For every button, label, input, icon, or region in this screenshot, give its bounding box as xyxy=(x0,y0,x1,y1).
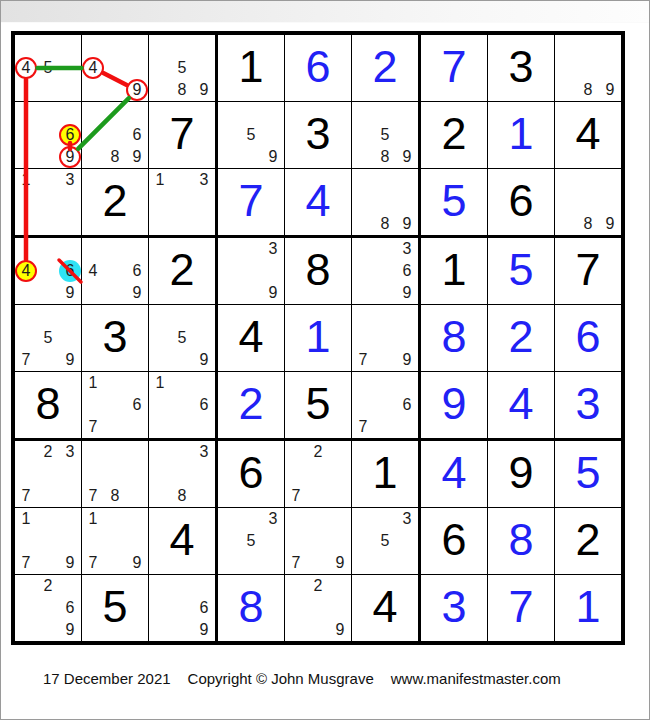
footer-website[interactable]: www.manifestmaster.com xyxy=(391,670,561,687)
cell-r8c9[interactable]: 2 xyxy=(555,508,621,575)
candidate-empty xyxy=(396,191,418,213)
candidate-grid: 35 xyxy=(218,508,284,574)
cell-r9c4[interactable]: 8 xyxy=(218,575,285,641)
candidate-empty xyxy=(396,102,418,124)
candidate-empty xyxy=(171,416,193,438)
cell-r1c3[interactable]: 589 xyxy=(149,35,218,102)
candidate-empty xyxy=(193,372,215,394)
cell-r6c2[interactable]: 167 xyxy=(82,372,149,441)
cell-r3c9[interactable]: 89 xyxy=(555,169,621,238)
cell-r1c6[interactable]: 2 xyxy=(352,35,421,102)
cell-r6c6[interactable]: 67 xyxy=(352,372,421,441)
candidate-empty xyxy=(374,260,396,282)
candidate-empty xyxy=(285,575,307,597)
cell-r1c2[interactable]: 49 xyxy=(82,35,149,102)
candidate-empty xyxy=(396,169,418,191)
candidate-grid: 269 xyxy=(15,575,81,641)
candidate-empty xyxy=(352,146,374,168)
digit-given: 5 xyxy=(285,372,351,438)
candidate-empty xyxy=(193,305,215,327)
candidate-4-ring: 4 xyxy=(15,57,37,79)
cell-r9c6[interactable]: 4 xyxy=(352,575,421,641)
digit-given: 8 xyxy=(15,372,81,438)
candidate-grid: 369 xyxy=(352,238,418,304)
cell-r5c3[interactable]: 59 xyxy=(149,305,218,372)
footer-date: 17 December 2021 xyxy=(43,670,171,687)
candidate-empty xyxy=(126,485,148,507)
candidate-8: 8 xyxy=(171,485,193,507)
candidate-empty xyxy=(104,372,126,394)
candidate-empty xyxy=(15,79,37,101)
candidate-9: 9 xyxy=(396,146,418,168)
candidate-7: 7 xyxy=(15,485,37,507)
cell-r2c6[interactable]: 589 xyxy=(352,102,421,169)
candidate-empty xyxy=(104,79,126,101)
cell-r7c2[interactable]: 78 xyxy=(82,441,149,508)
cell-r4c5[interactable]: 8 xyxy=(285,238,352,305)
candidate-empty xyxy=(577,169,599,191)
cell-r5c5[interactable]: 1 xyxy=(285,305,352,372)
cell-r5c7[interactable]: 8 xyxy=(421,305,488,372)
candidate-grid: 89 xyxy=(555,35,621,101)
cell-r6c7[interactable]: 9 xyxy=(421,372,488,441)
cell-r2c8[interactable]: 1 xyxy=(488,102,555,169)
digit-solved: 2 xyxy=(488,305,554,371)
cell-r2c4[interactable]: 59 xyxy=(218,102,285,169)
candidate-empty xyxy=(37,530,59,552)
candidate-9: 9 xyxy=(126,552,148,574)
candidate-7: 7 xyxy=(15,552,37,574)
candidate-empty xyxy=(104,260,126,282)
cell-r7c6[interactable]: 1 xyxy=(352,441,421,508)
cell-r4c6[interactable]: 369 xyxy=(352,238,421,305)
candidate-empty xyxy=(15,463,37,485)
cell-r1c1[interactable]: 45 xyxy=(15,35,82,102)
cell-r4c9[interactable]: 7 xyxy=(555,238,621,305)
cell-r3c2[interactable]: 2 xyxy=(82,169,149,238)
candidate-empty xyxy=(352,238,374,260)
candidate-4: 4 xyxy=(82,260,104,282)
candidate-empty xyxy=(374,416,396,438)
candidate-empty xyxy=(37,260,59,282)
candidate-empty xyxy=(59,102,81,124)
candidate-empty xyxy=(262,260,284,282)
cell-r7c1[interactable]: 237 xyxy=(15,441,82,508)
candidate-empty xyxy=(37,238,59,260)
candidate-empty xyxy=(126,238,148,260)
cell-r3c3[interactable]: 13 xyxy=(149,169,218,238)
cell-r7c4[interactable]: 6 xyxy=(218,441,285,508)
cell-r5c8[interactable]: 2 xyxy=(488,305,555,372)
candidate-empty xyxy=(352,372,374,394)
candidate-empty xyxy=(218,124,240,146)
cell-r7c9[interactable]: 5 xyxy=(555,441,621,508)
candidate-5: 5 xyxy=(240,530,262,552)
candidate-grid: 67 xyxy=(352,372,418,438)
candidate-grid: 167 xyxy=(82,372,148,438)
candidate-6: 6 xyxy=(126,394,148,416)
candidate-1: 1 xyxy=(149,169,171,191)
candidate-empty xyxy=(59,213,81,235)
candidate-empty xyxy=(149,485,171,507)
cell-r1c9[interactable]: 89 xyxy=(555,35,621,102)
cell-r6c3[interactable]: 16 xyxy=(149,372,218,441)
candidate-6: 6 xyxy=(59,597,81,619)
cell-r8c3[interactable]: 4 xyxy=(149,508,218,575)
candidate-empty xyxy=(240,282,262,304)
candidate-empty xyxy=(374,327,396,349)
candidate-3: 3 xyxy=(396,508,418,530)
candidate-empty xyxy=(396,305,418,327)
cell-r4c8[interactable]: 5 xyxy=(488,238,555,305)
candidate-empty xyxy=(37,169,59,191)
candidate-empty xyxy=(171,305,193,327)
candidate-empty xyxy=(126,441,148,463)
digit-given: 3 xyxy=(82,305,148,371)
cell-r4c3[interactable]: 2 xyxy=(149,238,218,305)
candidate-empty xyxy=(218,102,240,124)
cell-r8c8[interactable]: 8 xyxy=(488,508,555,575)
candidate-empty xyxy=(193,485,215,507)
cell-r8c1[interactable]: 179 xyxy=(15,508,82,575)
candidate-7: 7 xyxy=(82,416,104,438)
cell-r3c4[interactable]: 7 xyxy=(218,169,285,238)
candidate-empty xyxy=(285,441,307,463)
cell-r1c4[interactable]: 1 xyxy=(218,35,285,102)
candidate-empty xyxy=(15,35,37,57)
cell-r2c2[interactable]: 689 xyxy=(82,102,149,169)
candidate-empty xyxy=(37,146,59,168)
cell-r6c5[interactable]: 5 xyxy=(285,372,352,441)
candidate-empty xyxy=(37,619,59,641)
candidate-empty xyxy=(307,508,329,530)
candidate-7: 7 xyxy=(352,349,374,371)
candidate-9-ring: 9 xyxy=(59,146,81,168)
cell-r9c7[interactable]: 3 xyxy=(421,575,488,641)
cell-r9c5[interactable]: 29 xyxy=(285,575,352,641)
digit-solved: 1 xyxy=(555,575,621,641)
cell-r2c5[interactable]: 3 xyxy=(285,102,352,169)
cell-r5c6[interactable]: 79 xyxy=(352,305,421,372)
candidate-empty xyxy=(193,463,215,485)
candidate-empty xyxy=(396,327,418,349)
candidate-empty xyxy=(555,169,577,191)
candidate-2: 2 xyxy=(307,441,329,463)
cell-r6c1[interactable]: 8 xyxy=(15,372,82,441)
candidate-empty xyxy=(555,57,577,79)
candidate-8: 8 xyxy=(577,79,599,101)
candidate-empty xyxy=(396,530,418,552)
candidate-empty xyxy=(149,597,171,619)
cell-r2c1[interactable]: 69 xyxy=(15,102,82,169)
digit-solved: 5 xyxy=(488,238,554,304)
digit-solved: 3 xyxy=(555,372,621,438)
candidate-grid: 27 xyxy=(285,441,351,507)
digit-solved: 8 xyxy=(421,305,487,371)
cell-r9c3[interactable]: 69 xyxy=(149,575,218,641)
cell-r8c6[interactable]: 35 xyxy=(352,508,421,575)
candidate-empty xyxy=(104,124,126,146)
cell-r2c3[interactable]: 7 xyxy=(149,102,218,169)
cell-r6c4[interactable]: 2 xyxy=(218,372,285,441)
candidate-1: 1 xyxy=(149,372,171,394)
cell-r2c7[interactable]: 2 xyxy=(421,102,488,169)
candidate-empty xyxy=(577,57,599,79)
cell-r3c7[interactable]: 5 xyxy=(421,169,488,238)
candidate-empty xyxy=(240,146,262,168)
candidate-empty xyxy=(329,597,351,619)
candidate-empty xyxy=(149,463,171,485)
candidate-empty xyxy=(352,508,374,530)
candidate-grid: 69 xyxy=(149,575,215,641)
digit-given: 5 xyxy=(82,575,148,641)
candidate-empty xyxy=(193,416,215,438)
sudoku-board[interactable]: 4549589162738969689759358921413213748956… xyxy=(11,31,625,645)
candidate-empty xyxy=(104,238,126,260)
candidate-empty xyxy=(307,530,329,552)
candidate-5: 5 xyxy=(240,124,262,146)
cell-r9c8[interactable]: 7 xyxy=(488,575,555,641)
cell-r9c1[interactable]: 269 xyxy=(15,575,82,641)
candidate-7: 7 xyxy=(285,552,307,574)
candidate-empty xyxy=(171,349,193,371)
cell-r5c4[interactable]: 4 xyxy=(218,305,285,372)
digit-solved: 7 xyxy=(488,575,554,641)
candidate-empty xyxy=(15,530,37,552)
candidate-empty xyxy=(15,619,37,641)
cell-r8c2[interactable]: 179 xyxy=(82,508,149,575)
candidate-empty xyxy=(59,508,81,530)
cell-r1c7[interactable]: 7 xyxy=(421,35,488,102)
cell-r6c8[interactable]: 4 xyxy=(488,372,555,441)
candidate-grid: 59 xyxy=(149,305,215,371)
cell-r4c2[interactable]: 469 xyxy=(82,238,149,305)
candidate-6: 6 xyxy=(193,597,215,619)
candidate-7: 7 xyxy=(352,416,374,438)
candidate-5: 5 xyxy=(171,57,193,79)
cell-r9c2[interactable]: 5 xyxy=(82,575,149,641)
digit-solved: 2 xyxy=(352,35,418,101)
candidate-empty xyxy=(171,441,193,463)
candidate-empty xyxy=(307,485,329,507)
candidate-9-ring: 9 xyxy=(126,79,148,101)
digit-solved: 5 xyxy=(555,441,621,507)
candidate-empty xyxy=(329,575,351,597)
cell-r7c3[interactable]: 38 xyxy=(149,441,218,508)
candidate-grid: 49 xyxy=(82,35,148,101)
candidate-8: 8 xyxy=(171,79,193,101)
digit-solved: 8 xyxy=(218,575,284,641)
candidate-empty xyxy=(15,597,37,619)
candidate-empty xyxy=(171,191,193,213)
candidate-empty xyxy=(171,213,193,235)
candidate-empty xyxy=(82,530,104,552)
digit-given: 2 xyxy=(421,102,487,168)
candidate-empty xyxy=(240,238,262,260)
cell-r5c2[interactable]: 3 xyxy=(82,305,149,372)
candidate-empty xyxy=(15,305,37,327)
candidate-3: 3 xyxy=(396,238,418,260)
candidate-empty xyxy=(352,282,374,304)
candidate-empty xyxy=(149,213,171,235)
candidate-empty xyxy=(149,441,171,463)
digit-given: 1 xyxy=(421,238,487,304)
cell-r4c1[interactable]: 469 xyxy=(15,238,82,305)
candidate-empty xyxy=(193,213,215,235)
candidate-8: 8 xyxy=(374,146,396,168)
digit-solved: 1 xyxy=(488,102,554,168)
digit-given: 8 xyxy=(285,238,351,304)
candidate-9: 9 xyxy=(126,146,148,168)
candidate-empty xyxy=(352,191,374,213)
candidate-empty xyxy=(329,508,351,530)
cell-r5c9[interactable]: 6 xyxy=(555,305,621,372)
candidate-empty xyxy=(59,327,81,349)
candidate-grid: 45 xyxy=(15,35,81,101)
candidate-empty xyxy=(37,485,59,507)
candidate-5: 5 xyxy=(374,124,396,146)
digit-solved: 6 xyxy=(285,35,351,101)
candidate-empty xyxy=(37,124,59,146)
digit-given: 2 xyxy=(555,508,621,574)
candidate-empty xyxy=(218,552,240,574)
candidate-empty xyxy=(37,597,59,619)
candidate-empty xyxy=(37,349,59,371)
candidate-empty xyxy=(307,597,329,619)
candidate-empty xyxy=(599,57,621,79)
candidate-empty xyxy=(171,597,193,619)
candidate-empty xyxy=(104,441,126,463)
candidate-grid: 69 xyxy=(15,102,81,168)
candidate-empty xyxy=(104,416,126,438)
candidate-empty xyxy=(352,213,374,235)
candidate-empty xyxy=(82,394,104,416)
candidate-empty xyxy=(149,327,171,349)
candidate-8: 8 xyxy=(104,485,126,507)
page: 4549589162738969689759358921413213748956… xyxy=(0,0,650,720)
candidate-empty xyxy=(374,372,396,394)
candidate-empty xyxy=(149,575,171,597)
candidate-empty xyxy=(37,213,59,235)
cell-r8c4[interactable]: 35 xyxy=(218,508,285,575)
cell-r7c5[interactable]: 27 xyxy=(285,441,352,508)
candidate-6: 6 xyxy=(126,124,148,146)
candidate-6: 6 xyxy=(126,260,148,282)
candidate-empty xyxy=(171,575,193,597)
candidate-empty xyxy=(218,260,240,282)
candidate-empty xyxy=(82,146,104,168)
cell-r7c8[interactable]: 9 xyxy=(488,441,555,508)
digit-given: 3 xyxy=(488,35,554,101)
cell-r3c5[interactable]: 4 xyxy=(285,169,352,238)
candidate-empty xyxy=(149,305,171,327)
candidate-empty xyxy=(104,57,126,79)
candidate-empty xyxy=(15,191,37,213)
candidate-empty xyxy=(329,463,351,485)
cell-r3c6[interactable]: 89 xyxy=(352,169,421,238)
digit-given: 2 xyxy=(149,238,215,304)
candidate-9: 9 xyxy=(262,282,284,304)
candidate-empty xyxy=(374,102,396,124)
cell-r5c1[interactable]: 579 xyxy=(15,305,82,372)
candidate-empty xyxy=(240,102,262,124)
candidate-empty xyxy=(240,552,262,574)
candidate-grid: 35 xyxy=(352,508,418,574)
candidate-empty xyxy=(82,102,104,124)
candidate-grid: 89 xyxy=(352,169,418,235)
candidate-empty xyxy=(59,238,81,260)
candidate-9: 9 xyxy=(193,79,215,101)
candidate-1: 1 xyxy=(15,508,37,530)
candidate-empty xyxy=(171,35,193,57)
candidate-9: 9 xyxy=(59,282,81,304)
digit-solved: 9 xyxy=(421,372,487,438)
cell-r4c7[interactable]: 1 xyxy=(421,238,488,305)
header-bar xyxy=(1,1,649,23)
candidate-5: 5 xyxy=(374,530,396,552)
cell-r8c7[interactable]: 6 xyxy=(421,508,488,575)
candidate-grid: 79 xyxy=(285,508,351,574)
candidate-empty xyxy=(59,530,81,552)
candidate-5: 5 xyxy=(37,327,59,349)
candidate-empty xyxy=(37,552,59,574)
cell-r1c5[interactable]: 6 xyxy=(285,35,352,102)
candidate-9: 9 xyxy=(193,349,215,371)
cell-r9c9[interactable]: 1 xyxy=(555,575,621,641)
candidate-empty xyxy=(126,57,148,79)
candidate-7: 7 xyxy=(285,485,307,507)
candidate-empty xyxy=(15,146,37,168)
digit-solved: 4 xyxy=(285,169,351,235)
candidate-grid: 59 xyxy=(218,102,284,168)
digit-solved: 2 xyxy=(218,372,284,438)
candidate-9: 9 xyxy=(329,552,351,574)
cell-r2c9[interactable]: 4 xyxy=(555,102,621,169)
cell-r7c7[interactable]: 4 xyxy=(421,441,488,508)
candidate-empty xyxy=(555,35,577,57)
cell-r8c5[interactable]: 79 xyxy=(285,508,352,575)
candidate-3: 3 xyxy=(193,169,215,191)
candidate-1: 1 xyxy=(82,508,104,530)
candidate-6-yellow-ring: 6 xyxy=(59,124,81,146)
candidate-9: 9 xyxy=(59,349,81,371)
candidate-empty xyxy=(352,394,374,416)
candidate-9: 9 xyxy=(262,146,284,168)
candidate-empty xyxy=(374,349,396,371)
candidate-empty xyxy=(374,508,396,530)
candidate-9: 9 xyxy=(59,619,81,641)
cell-r4c4[interactable]: 39 xyxy=(218,238,285,305)
candidate-empty xyxy=(396,552,418,574)
cell-r6c9[interactable]: 3 xyxy=(555,372,621,441)
candidate-1: 1 xyxy=(82,372,104,394)
candidate-empty xyxy=(329,441,351,463)
candidate-empty xyxy=(37,305,59,327)
candidate-empty xyxy=(599,169,621,191)
candidate-empty xyxy=(37,508,59,530)
cell-r3c8[interactable]: 6 xyxy=(488,169,555,238)
candidate-empty xyxy=(218,508,240,530)
cell-r3c1[interactable]: 13 xyxy=(15,169,82,238)
candidate-grid: 16 xyxy=(149,372,215,438)
candidate-4-ring: 4 xyxy=(82,57,104,79)
candidate-empty xyxy=(59,191,81,213)
candidate-empty xyxy=(193,191,215,213)
cell-r1c8[interactable]: 3 xyxy=(488,35,555,102)
candidate-2: 2 xyxy=(37,441,59,463)
candidate-empty xyxy=(193,327,215,349)
candidate-empty xyxy=(374,552,396,574)
